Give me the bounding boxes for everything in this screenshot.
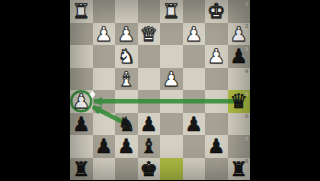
square-a3[interactable]: 3♟ <box>228 45 251 68</box>
letterbox-right <box>250 0 320 180</box>
square-f6[interactable]: ♞ <box>115 113 138 136</box>
black-bishop-e7[interactable]: ♝ <box>138 135 161 158</box>
square-h7[interactable] <box>70 135 93 158</box>
square-g4[interactable] <box>93 68 116 91</box>
square-a8[interactable]: 8♜ <box>228 158 251 181</box>
square-h5[interactable]: ♟ <box>70 90 93 113</box>
black-pawn-a3[interactable]: ♟ <box>228 45 251 68</box>
black-pawn-f7[interactable]: ♟ <box>115 135 138 158</box>
black-pawn-c6[interactable]: ♟ <box>183 113 206 136</box>
square-e8[interactable]: ♚ <box>138 158 161 181</box>
square-a1[interactable]: 1 <box>228 0 251 23</box>
white-bishop-f4[interactable]: ♝ <box>115 68 138 91</box>
white-pawn-a2[interactable]: ♟ <box>228 23 251 46</box>
white-rook-h1[interactable]: ♜ <box>70 0 93 23</box>
square-g2[interactable]: ♟ <box>93 23 116 46</box>
square-f7[interactable]: ♟ <box>115 135 138 158</box>
square-a5[interactable]: 5♛ <box>228 90 251 113</box>
white-queen-e2[interactable]: ♛ <box>138 23 161 46</box>
square-b8[interactable] <box>205 158 228 181</box>
square-d6[interactable] <box>160 113 183 136</box>
square-g3[interactable] <box>93 45 116 68</box>
white-pawn-b3[interactable]: ♟ <box>205 45 228 68</box>
square-a7[interactable]: 7 <box>228 135 251 158</box>
rank-coordinate-label: 6 <box>245 113 249 119</box>
square-g1[interactable] <box>93 0 116 23</box>
square-b3[interactable]: ♟ <box>205 45 228 68</box>
square-b1[interactable]: ♚ <box>205 0 228 23</box>
square-f2[interactable]: ♟ <box>115 23 138 46</box>
square-g7[interactable]: ♟ <box>93 135 116 158</box>
square-f8[interactable] <box>115 158 138 181</box>
white-rook-d1[interactable]: ♜ <box>160 0 183 23</box>
square-h8[interactable]: ♜ <box>70 158 93 181</box>
black-queen-a5[interactable]: ♛ <box>228 90 251 113</box>
square-f3[interactable]: ♞ <box>115 45 138 68</box>
chess-board: ♜♜♚1♟♟♛♟2♟♞♟3♟♝♟4♟5♛♟♞♟♟6♟♟♝♟7♜♚8♜ <box>70 0 250 180</box>
black-rook-a8[interactable]: ♜ <box>228 158 251 181</box>
square-e1[interactable] <box>138 0 161 23</box>
square-b4[interactable] <box>205 68 228 91</box>
white-pawn-g2[interactable]: ♟ <box>93 23 116 46</box>
square-d8[interactable] <box>160 158 183 181</box>
square-e5[interactable] <box>138 90 161 113</box>
square-e3[interactable] <box>138 45 161 68</box>
square-c4[interactable] <box>183 68 206 91</box>
square-a4[interactable]: 4 <box>228 68 251 91</box>
white-pawn-f2[interactable]: ♟ <box>115 23 138 46</box>
square-f4[interactable]: ♝ <box>115 68 138 91</box>
square-e4[interactable] <box>138 68 161 91</box>
square-c6[interactable]: ♟ <box>183 113 206 136</box>
square-c5[interactable] <box>183 90 206 113</box>
square-e7[interactable]: ♝ <box>138 135 161 158</box>
square-h3[interactable] <box>70 45 93 68</box>
white-king-b1[interactable]: ♚ <box>205 0 228 23</box>
chess-board-area: ♜♜♚1♟♟♛♟2♟♞♟3♟♝♟4♟5♛♟♞♟♟6♟♟♝♟7♜♚8♜ <box>70 0 250 180</box>
rank-coordinate-label: 1 <box>245 1 249 7</box>
square-h6[interactable]: ♟ <box>70 113 93 136</box>
black-rook-h8[interactable]: ♜ <box>70 158 93 181</box>
square-h4[interactable] <box>70 68 93 91</box>
letterbox-left <box>0 0 70 180</box>
black-pawn-e6[interactable]: ♟ <box>138 113 161 136</box>
square-d7[interactable] <box>160 135 183 158</box>
square-b5[interactable] <box>205 90 228 113</box>
rank-coordinate-label: 7 <box>245 136 249 142</box>
square-b7[interactable]: ♟ <box>205 135 228 158</box>
square-h1[interactable]: ♜ <box>70 0 93 23</box>
square-c8[interactable] <box>183 158 206 181</box>
black-pawn-h6[interactable]: ♟ <box>70 113 93 136</box>
thumbnail-frame: ♜♜♚1♟♟♛♟2♟♞♟3♟♝♟4♟5♛♟♞♟♟6♟♟♝♟7♜♚8♜ <box>0 0 320 180</box>
square-c2[interactable]: ♟ <box>183 23 206 46</box>
square-g8[interactable] <box>93 158 116 181</box>
white-knight-f3[interactable]: ♞ <box>115 45 138 68</box>
square-d5[interactable] <box>160 90 183 113</box>
square-h2[interactable] <box>70 23 93 46</box>
square-b6[interactable] <box>205 113 228 136</box>
square-d1[interactable]: ♜ <box>160 0 183 23</box>
square-g6[interactable] <box>93 113 116 136</box>
square-e6[interactable]: ♟ <box>138 113 161 136</box>
square-f5[interactable] <box>115 90 138 113</box>
square-c7[interactable] <box>183 135 206 158</box>
black-king-e8[interactable]: ♚ <box>138 158 161 181</box>
square-g5[interactable] <box>93 90 116 113</box>
square-d4[interactable]: ♟ <box>160 68 183 91</box>
rank-coordinate-label: 4 <box>245 68 249 74</box>
square-d2[interactable] <box>160 23 183 46</box>
white-pawn-h5[interactable]: ♟ <box>70 90 93 113</box>
white-pawn-c2[interactable]: ♟ <box>183 23 206 46</box>
black-pawn-b7[interactable]: ♟ <box>205 135 228 158</box>
square-a2[interactable]: 2♟ <box>228 23 251 46</box>
square-a6[interactable]: 6 <box>228 113 251 136</box>
square-b2[interactable] <box>205 23 228 46</box>
square-c1[interactable] <box>183 0 206 23</box>
square-e2[interactable]: ♛ <box>138 23 161 46</box>
white-pawn-d4[interactable]: ♟ <box>160 68 183 91</box>
square-f1[interactable] <box>115 0 138 23</box>
black-knight-f6[interactable]: ♞ <box>115 113 138 136</box>
square-d3[interactable] <box>160 45 183 68</box>
square-c3[interactable] <box>183 45 206 68</box>
black-pawn-g7[interactable]: ♟ <box>93 135 116 158</box>
